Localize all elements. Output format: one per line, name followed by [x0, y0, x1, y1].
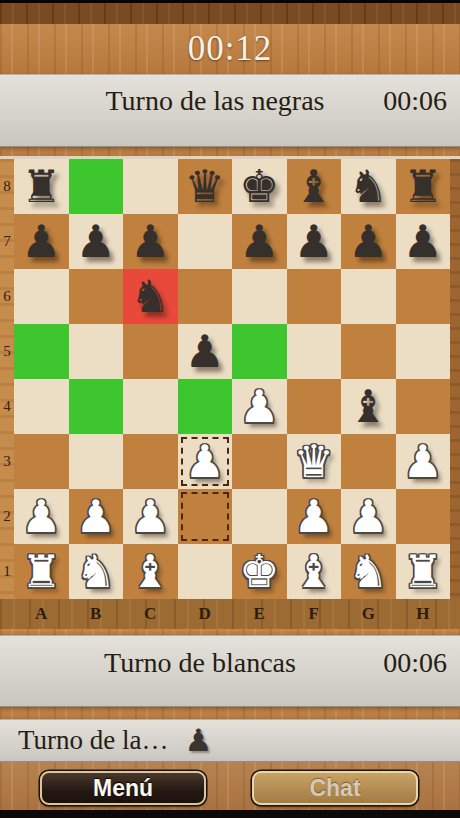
chat-button[interactable]: Chat: [252, 771, 418, 805]
square-a2[interactable]: ♟: [14, 489, 69, 544]
file-strip-pad-right: [450, 599, 460, 629]
square-f2[interactable]: ♟: [287, 489, 342, 544]
square-c2[interactable]: ♟: [123, 489, 178, 544]
square-d1[interactable]: [178, 544, 233, 599]
square-b4[interactable]: [69, 379, 124, 434]
rank-label-7: 7: [0, 214, 14, 269]
rank-labels: 87654321: [0, 159, 14, 599]
square-a1[interactable]: ♜: [14, 544, 69, 599]
rank-label-8: 8: [0, 159, 14, 214]
square-f1[interactable]: ♝: [287, 544, 342, 599]
white-turn-timer: 00:06: [383, 647, 447, 679]
black-pawn: ♟: [185, 329, 225, 374]
square-a3[interactable]: [14, 434, 69, 489]
square-g8[interactable]: ♞: [341, 159, 396, 214]
game-timer-row: 00:12: [0, 24, 460, 74]
black-rook: ♜: [21, 164, 61, 209]
white-pawn: ♟: [403, 439, 443, 484]
square-a4[interactable]: [14, 379, 69, 434]
black-pawn: ♟: [239, 219, 279, 264]
square-b5[interactable]: [69, 324, 124, 379]
black-queen: ♛: [185, 164, 225, 209]
square-c1[interactable]: ♝: [123, 544, 178, 599]
bottom-black-strip: [0, 810, 460, 818]
white-rook: ♜: [403, 549, 443, 594]
black-turn-timer: 00:06: [383, 85, 447, 117]
file-label-h: H: [396, 599, 451, 629]
square-h6[interactable]: [396, 269, 451, 324]
square-h1[interactable]: ♜: [396, 544, 451, 599]
top-banner: [0, 0, 460, 24]
square-d2[interactable]: [178, 489, 233, 544]
square-e7[interactable]: ♟: [232, 214, 287, 269]
black-bishop: ♝: [294, 164, 334, 209]
square-a7[interactable]: ♟: [14, 214, 69, 269]
square-d5[interactable]: ♟: [178, 324, 233, 379]
square-e1[interactable]: ♚: [232, 544, 287, 599]
white-turn-label: Turno de blancas: [0, 647, 400, 679]
black-turn-banner: Turno de las negras 00:06: [0, 74, 460, 148]
square-h3[interactable]: ♟: [396, 434, 451, 489]
square-c4[interactable]: [123, 379, 178, 434]
white-bishop: ♝: [130, 549, 170, 594]
square-d3[interactable]: ♟: [178, 434, 233, 489]
square-e8[interactable]: ♚: [232, 159, 287, 214]
white-turn-banner: Turno de blancas 00:06: [0, 635, 460, 707]
rank-label-1: 1: [0, 544, 14, 599]
rank-label-4: 4: [0, 379, 14, 434]
black-rook: ♜: [403, 164, 443, 209]
rank-label-6: 6: [0, 269, 14, 324]
file-strip-pad-left: [0, 599, 14, 629]
square-c5[interactable]: [123, 324, 178, 379]
rank-label-3: 3: [0, 434, 14, 489]
turn-status-label: Turno de la…: [18, 725, 169, 756]
square-e6[interactable]: [232, 269, 287, 324]
square-g4[interactable]: ♝: [341, 379, 396, 434]
square-h8[interactable]: ♜: [396, 159, 451, 214]
black-pawn: ♟: [130, 219, 170, 264]
white-knight: ♞: [348, 549, 388, 594]
square-f6[interactable]: [287, 269, 342, 324]
square-f7[interactable]: ♟: [287, 214, 342, 269]
board-right-edge: [450, 159, 460, 599]
square-c3[interactable]: [123, 434, 178, 489]
app-window: 00:12 Turno de las negras 00:06 87654321…: [0, 0, 460, 818]
square-b8[interactable]: [69, 159, 124, 214]
black-turn-label: Turno de las negras: [0, 85, 430, 117]
black-pawn: ♟: [348, 219, 388, 264]
main-timer: 00:12: [188, 29, 273, 69]
square-f4[interactable]: [287, 379, 342, 434]
white-pawn: ♟: [239, 384, 279, 429]
black-pawn: ♟: [403, 219, 443, 264]
square-g2[interactable]: ♟: [341, 489, 396, 544]
white-rook: ♜: [21, 549, 61, 594]
file-labels: ABCDEFGH: [0, 599, 460, 629]
white-pawn: ♟: [348, 494, 388, 539]
white-bishop: ♝: [294, 549, 334, 594]
bottom-toolbar: Menú Chat: [0, 762, 460, 810]
square-c6[interactable]: ♞: [123, 269, 178, 324]
wood-divider: [0, 147, 460, 156]
file-label-f: F: [287, 599, 342, 629]
square-e3[interactable]: [232, 434, 287, 489]
white-pawn: ♟: [76, 494, 116, 539]
square-h5[interactable]: [396, 324, 451, 379]
square-e4[interactable]: ♟: [232, 379, 287, 434]
square-h2[interactable]: [396, 489, 451, 544]
black-knight: ♞: [348, 164, 388, 209]
square-f5[interactable]: [287, 324, 342, 379]
white-pawn: ♟: [21, 494, 61, 539]
square-e2[interactable]: [232, 489, 287, 544]
square-b6[interactable]: [69, 269, 124, 324]
black-pawn: ♟: [21, 219, 61, 264]
square-d7[interactable]: [178, 214, 233, 269]
turn-status-bar: Turno de la… ♟: [0, 719, 460, 762]
square-e5[interactable]: [232, 324, 287, 379]
square-a8[interactable]: ♜: [14, 159, 69, 214]
file-label-e: E: [232, 599, 287, 629]
wood-divider: [0, 707, 460, 719]
rank-label-5: 5: [0, 324, 14, 379]
square-b2[interactable]: ♟: [69, 489, 124, 544]
square-b3[interactable]: [69, 434, 124, 489]
square-f3[interactable]: ♛: [287, 434, 342, 489]
square-g5[interactable]: [341, 324, 396, 379]
chess-board: ♜♛♚♝♞♜♟♟♟♟♟♟♟♞♟♟♝♟♛♟♟♟♟♟♟♜♞♝♚♝♞♜: [14, 159, 450, 599]
file-label-c: C: [123, 599, 178, 629]
black-pawn: ♟: [76, 219, 116, 264]
square-d8[interactable]: ♛: [178, 159, 233, 214]
white-queen: ♛: [294, 439, 334, 484]
square-d6[interactable]: [178, 269, 233, 324]
menu-button[interactable]: Menú: [40, 771, 206, 805]
square-b7[interactable]: ♟: [69, 214, 124, 269]
white-pawn: ♟: [130, 494, 170, 539]
rank-label-2: 2: [0, 489, 14, 544]
black-pawn: ♟: [294, 219, 334, 264]
black-bishop: ♝: [348, 384, 388, 429]
square-h7[interactable]: ♟: [396, 214, 451, 269]
square-c7[interactable]: ♟: [123, 214, 178, 269]
square-g3[interactable]: [341, 434, 396, 489]
black-pawn-icon: ♟: [185, 725, 213, 756]
square-c8[interactable]: [123, 159, 178, 214]
white-knight: ♞: [76, 549, 116, 594]
chess-board-frame: 87654321 ♜♛♚♝♞♜♟♟♟♟♟♟♟♞♟♟♝♟♛♟♟♟♟♟♟♜♞♝♚♝♞…: [0, 156, 460, 629]
square-g6[interactable]: [341, 269, 396, 324]
square-h4[interactable]: [396, 379, 451, 434]
square-g1[interactable]: ♞: [341, 544, 396, 599]
square-d4[interactable]: [178, 379, 233, 434]
square-f8[interactable]: ♝: [287, 159, 342, 214]
white-pawn: ♟: [185, 439, 225, 484]
file-label-d: D: [178, 599, 233, 629]
square-g7[interactable]: ♟: [341, 214, 396, 269]
file-label-b: B: [69, 599, 124, 629]
white-pawn: ♟: [294, 494, 334, 539]
file-label-a: A: [14, 599, 69, 629]
square-a5[interactable]: [14, 324, 69, 379]
file-label-g: G: [341, 599, 396, 629]
black-king: ♚: [239, 164, 279, 209]
square-a6[interactable]: [14, 269, 69, 324]
square-b1[interactable]: ♞: [69, 544, 124, 599]
black-knight: ♞: [130, 274, 170, 319]
white-king: ♚: [239, 549, 279, 594]
